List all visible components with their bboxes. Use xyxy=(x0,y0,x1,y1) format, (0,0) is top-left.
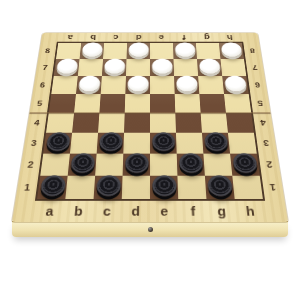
square-b4[interactable] xyxy=(72,113,99,133)
file-label-c: c xyxy=(92,202,122,221)
white-man-d6[interactable] xyxy=(127,76,148,92)
checkers-board-photo: abcdefgh abcdefgh 87654321 87654321 xyxy=(0,0,300,300)
square-c5[interactable] xyxy=(99,94,125,113)
square-a4[interactable] xyxy=(46,113,74,133)
file-label-b: b xyxy=(63,202,93,221)
white-man-g7[interactable] xyxy=(199,59,221,74)
white-man-f6[interactable] xyxy=(176,76,198,92)
square-e7[interactable] xyxy=(150,59,174,76)
square-f4[interactable] xyxy=(175,113,202,133)
file-label-d: d xyxy=(121,202,150,221)
white-man-a7[interactable] xyxy=(56,59,78,74)
square-f7[interactable] xyxy=(173,59,198,76)
file-label-top-e: e xyxy=(150,33,173,41)
file-label-h: h xyxy=(235,202,266,221)
square-f6[interactable] xyxy=(174,76,199,94)
square-h3[interactable] xyxy=(228,133,257,154)
square-c7[interactable] xyxy=(102,59,127,76)
square-a3[interactable] xyxy=(43,133,72,154)
clasp-pin xyxy=(148,227,153,232)
black-man-g1[interactable] xyxy=(207,175,233,196)
square-c3[interactable] xyxy=(97,133,124,154)
square-e5[interactable] xyxy=(150,94,175,113)
square-g3[interactable] xyxy=(202,133,230,154)
square-f2[interactable] xyxy=(177,154,205,176)
square-d6[interactable] xyxy=(125,76,150,94)
black-man-f2[interactable] xyxy=(179,153,203,173)
square-c2[interactable] xyxy=(95,154,123,176)
square-h6[interactable] xyxy=(222,76,248,94)
square-g5[interactable] xyxy=(199,94,226,113)
square-c1[interactable] xyxy=(94,176,123,199)
black-man-c1[interactable] xyxy=(96,175,121,196)
rank-label-right-8: 8 xyxy=(243,43,261,59)
square-c4[interactable] xyxy=(98,113,125,133)
board-front-edge xyxy=(12,221,288,237)
board: abcdefgh abcdefgh 87654321 87654321 xyxy=(12,33,288,222)
square-h8[interactable] xyxy=(219,43,244,59)
square-b3[interactable] xyxy=(70,133,98,154)
white-man-b8[interactable] xyxy=(81,42,102,56)
file-label-top-f: f xyxy=(173,33,196,41)
file-label-top-h: h xyxy=(218,33,242,41)
file-label-a: a xyxy=(34,202,65,221)
square-b2[interactable] xyxy=(68,154,97,176)
black-man-e1[interactable] xyxy=(152,175,176,196)
square-b5[interactable] xyxy=(74,94,101,113)
square-d1[interactable] xyxy=(122,176,150,199)
file-labels-top: abcdefgh xyxy=(58,33,241,41)
file-label-e: e xyxy=(150,202,179,221)
file-label-top-g: g xyxy=(195,33,218,41)
square-a6[interactable] xyxy=(51,76,77,94)
rank-label-right-3: 3 xyxy=(256,133,277,154)
file-label-top-a: a xyxy=(58,33,82,41)
playfield xyxy=(35,42,265,201)
file-label-f: f xyxy=(178,202,208,221)
file-label-top-b: b xyxy=(81,33,104,41)
rank-label-right-6: 6 xyxy=(248,76,267,94)
black-man-b2[interactable] xyxy=(70,153,95,173)
white-man-f8[interactable] xyxy=(175,42,196,56)
rank-label-right-1: 1 xyxy=(262,176,285,199)
square-a7[interactable] xyxy=(54,59,80,76)
black-man-g3[interactable] xyxy=(204,132,228,151)
square-g8[interactable] xyxy=(196,43,221,59)
square-d2[interactable] xyxy=(123,154,150,176)
square-a5[interactable] xyxy=(49,94,76,113)
square-a1[interactable] xyxy=(37,176,68,199)
square-a2[interactable] xyxy=(40,154,70,176)
square-g1[interactable] xyxy=(205,176,235,199)
white-man-h8[interactable] xyxy=(220,42,242,56)
square-h5[interactable] xyxy=(224,94,251,113)
white-man-e7[interactable] xyxy=(152,59,173,74)
square-g2[interactable] xyxy=(203,154,232,176)
rank-label-right-5: 5 xyxy=(250,94,270,113)
square-b6[interactable] xyxy=(76,76,102,94)
rank-label-right-4: 4 xyxy=(253,113,274,133)
square-f3[interactable] xyxy=(176,133,203,154)
rank-label-right-2: 2 xyxy=(259,154,281,176)
black-man-d2[interactable] xyxy=(125,153,149,173)
square-b1[interactable] xyxy=(65,176,95,199)
file-label-g: g xyxy=(207,202,237,221)
file-labels-bottom: abcdefgh xyxy=(34,202,266,221)
black-man-h2[interactable] xyxy=(232,153,258,173)
black-man-a3[interactable] xyxy=(45,132,70,151)
square-d8[interactable] xyxy=(127,43,150,59)
square-d4[interactable] xyxy=(124,113,150,133)
square-e4[interactable] xyxy=(150,113,176,133)
square-b8[interactable] xyxy=(80,43,105,59)
white-man-h6[interactable] xyxy=(224,76,247,92)
square-f1[interactable] xyxy=(177,176,206,199)
square-d5[interactable] xyxy=(125,94,150,113)
square-f5[interactable] xyxy=(175,94,201,113)
square-a8[interactable] xyxy=(56,43,81,59)
black-man-c3[interactable] xyxy=(99,132,123,151)
file-label-top-d: d xyxy=(127,33,150,41)
file-label-top-c: c xyxy=(104,33,127,41)
square-c8[interactable] xyxy=(103,43,127,59)
rank-label-right-7: 7 xyxy=(246,59,265,76)
square-g6[interactable] xyxy=(198,76,224,94)
square-c6[interactable] xyxy=(101,76,126,94)
square-e2[interactable] xyxy=(150,154,177,176)
white-man-d8[interactable] xyxy=(128,42,148,56)
square-d3[interactable] xyxy=(123,133,150,154)
square-d7[interactable] xyxy=(126,59,150,76)
square-h7[interactable] xyxy=(220,59,246,76)
square-h1[interactable] xyxy=(232,176,263,199)
black-man-e3[interactable] xyxy=(152,132,175,151)
black-man-a1[interactable] xyxy=(39,175,65,196)
square-e8[interactable] xyxy=(150,43,173,59)
square-e1[interactable] xyxy=(150,176,178,199)
square-e6[interactable] xyxy=(150,76,175,94)
white-man-c7[interactable] xyxy=(104,59,125,74)
square-g4[interactable] xyxy=(201,113,228,133)
square-f8[interactable] xyxy=(173,43,197,59)
square-e3[interactable] xyxy=(150,133,177,154)
square-h2[interactable] xyxy=(230,154,260,176)
square-h4[interactable] xyxy=(226,113,254,133)
square-b7[interactable] xyxy=(78,59,103,76)
white-man-b6[interactable] xyxy=(78,76,100,92)
square-g7[interactable] xyxy=(197,59,222,76)
